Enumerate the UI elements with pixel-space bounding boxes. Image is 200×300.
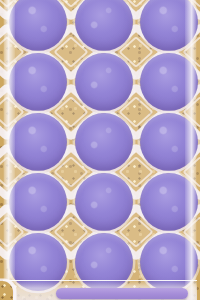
ice-pop — [9, 53, 67, 111]
ice-pop — [75, 173, 133, 231]
countertop-photo — [0, 0, 200, 300]
ice-pop — [9, 173, 67, 231]
lavender-rim-strip — [56, 288, 188, 299]
ice-pop-tray — [0, 0, 200, 300]
tray-left-wall — [3, 0, 15, 300]
ice-pop — [75, 53, 133, 111]
ice-pop — [75, 113, 133, 171]
tray-right-wall — [185, 0, 197, 300]
ice-pop — [9, 113, 67, 171]
